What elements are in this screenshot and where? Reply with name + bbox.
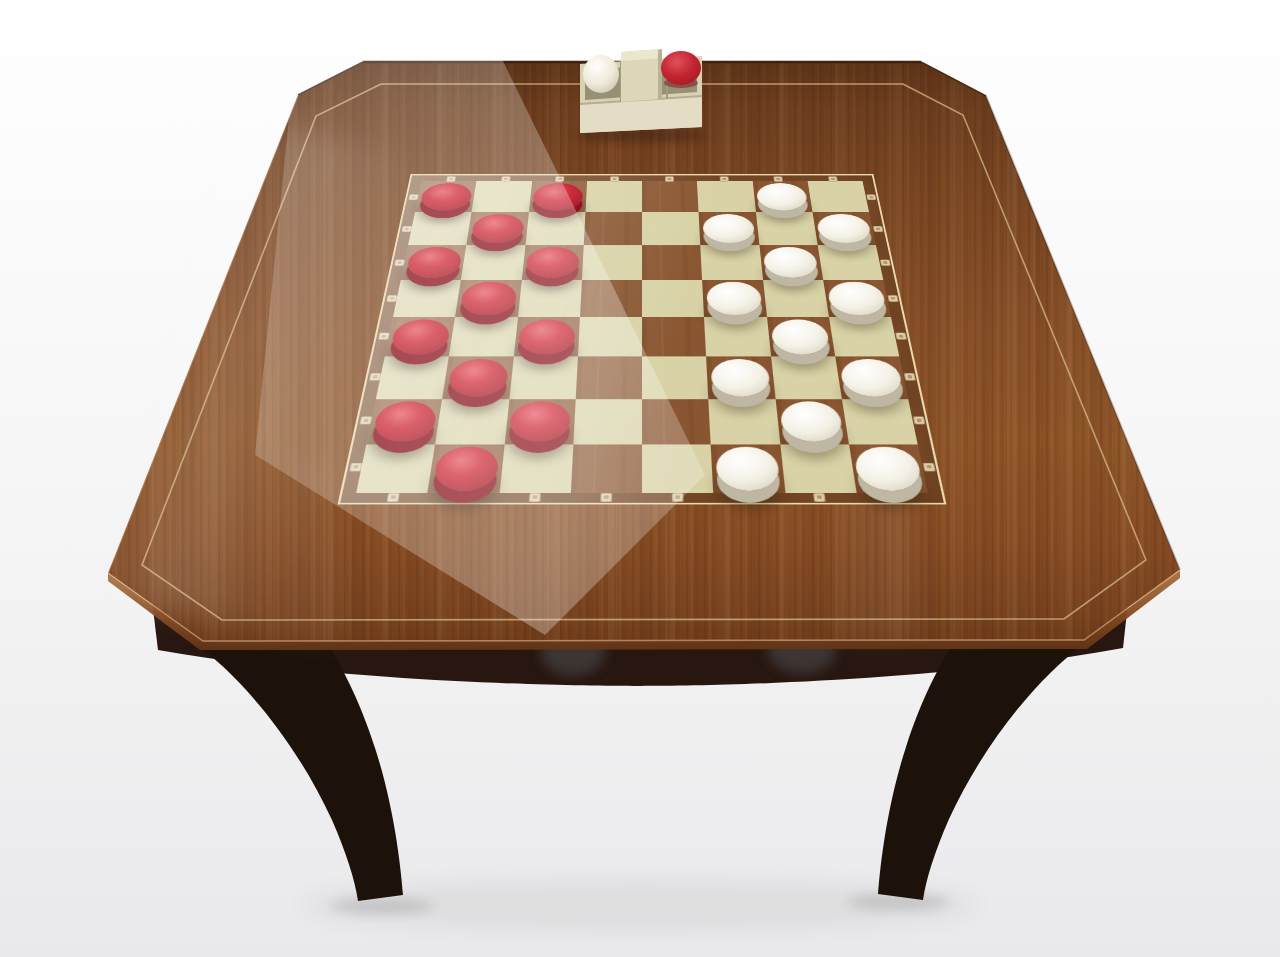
board-coordinate-marker-bottom-4	[601, 493, 613, 502]
square-g6	[771, 357, 842, 399]
red-checker-a1	[419, 183, 474, 210]
square-e4	[642, 280, 704, 317]
board-coordinate-marker-bottom-7	[813, 493, 826, 502]
square-d6	[575, 357, 642, 399]
board-coordinate-marker-top-6	[719, 176, 728, 181]
scene-root	[0, 0, 1280, 957]
square-h4	[823, 280, 891, 317]
table-leg-left	[196, 644, 403, 901]
tray-white-piece	[583, 55, 619, 93]
white-checker-h6	[839, 359, 904, 397]
board-grid	[356, 181, 928, 493]
board-coordinate-marker-right-7	[912, 416, 925, 424]
square-b1	[472, 181, 532, 212]
square-h3	[817, 245, 883, 280]
red-checker-a3	[405, 247, 463, 278]
board-coordinate-marker-left-2	[401, 226, 412, 232]
square-b7	[435, 399, 509, 444]
square-f6	[706, 357, 775, 399]
board-coordinate-marker-right-6	[903, 373, 915, 380]
board-coordinate-marker-left-1	[408, 195, 418, 200]
square-d2	[584, 212, 642, 245]
square-c3	[521, 245, 583, 280]
square-e3	[642, 245, 702, 280]
square-g3	[759, 245, 823, 280]
board-coordinate-marker-right-4	[887, 295, 898, 302]
square-f7	[709, 399, 780, 444]
square-h8	[849, 444, 928, 493]
board-coordinate-marker-right-3	[879, 260, 890, 266]
square-d4	[580, 280, 642, 317]
board-coordinate-marker-right-2	[872, 226, 883, 232]
square-d7	[573, 399, 642, 444]
square-f3	[700, 245, 762, 280]
square-d8	[571, 444, 642, 493]
square-b4	[455, 280, 521, 317]
square-f1	[697, 181, 755, 212]
white-checker-f2	[702, 214, 755, 243]
board-coordinate-marker-top-3	[556, 176, 565, 181]
board-coordinate-marker-right-8	[922, 463, 935, 472]
white-checker-f6	[710, 359, 771, 397]
board-coordinate-marker-top-8	[828, 176, 838, 181]
square-f2	[699, 212, 759, 245]
red-checker-b4	[459, 282, 518, 315]
square-c6	[509, 357, 578, 399]
board-coordinate-marker-left-3	[394, 260, 405, 266]
square-a2	[408, 212, 472, 245]
board-coordinate-marker-top-7	[774, 176, 784, 181]
square-a3	[401, 245, 467, 280]
square-a4	[393, 280, 461, 317]
white-checker-f4	[706, 282, 763, 315]
square-a1	[415, 181, 477, 212]
white-checker-h4	[827, 282, 887, 315]
red-checker-a7	[371, 401, 438, 441]
white-checker-g3	[762, 247, 819, 278]
board-coordinate-marker-bottom-6	[743, 493, 755, 502]
white-checker-h8	[853, 447, 923, 490]
white-checker-g7	[779, 401, 844, 441]
square-g7	[775, 399, 849, 444]
red-checker-c3	[525, 247, 580, 278]
white-checker-f8	[715, 447, 781, 490]
table-leg-right	[878, 643, 1085, 900]
board-coordinate-marker-right-1	[866, 195, 876, 200]
square-g1	[752, 181, 812, 212]
square-e2	[642, 212, 700, 245]
red-checker-b2	[470, 214, 525, 243]
board-coordinate-marker-bottom-8	[884, 493, 897, 502]
square-h5	[829, 317, 900, 357]
square-b2	[467, 212, 529, 245]
square-c8	[499, 444, 573, 493]
tray-center-panel-side	[658, 49, 662, 100]
square-e5	[642, 317, 706, 357]
square-h6	[835, 357, 908, 399]
square-d5	[578, 317, 642, 357]
board-coordinate-marker-left-7	[359, 416, 372, 424]
square-e6	[642, 357, 709, 399]
board-coordinate-marker-bottom-2	[458, 493, 471, 502]
tray-red-piece	[661, 51, 701, 85]
board-coordinate-marker-left-4	[386, 295, 397, 302]
red-checker-c5	[517, 319, 576, 354]
square-g2	[756, 212, 818, 245]
square-h7	[842, 399, 918, 444]
square-e7	[642, 399, 711, 444]
white-checker-h2	[816, 214, 872, 243]
board-coordinate-marker-bottom-3	[529, 493, 541, 502]
red-checker-a5	[389, 319, 452, 354]
board-coordinate-marker-left-6	[369, 373, 381, 380]
red-checker-b8	[432, 447, 500, 490]
square-c5	[513, 317, 579, 357]
square-d3	[582, 245, 642, 280]
square-c7	[504, 399, 575, 444]
square-e8	[642, 444, 713, 493]
square-b6	[442, 357, 513, 399]
square-f8	[711, 444, 785, 493]
square-e1	[642, 181, 699, 212]
white-checker-g5	[770, 319, 831, 354]
square-g5	[767, 317, 835, 357]
square-h2	[812, 212, 876, 245]
square-c4	[518, 280, 582, 317]
board-coordinate-marker-right-5	[895, 333, 907, 340]
square-f5	[704, 317, 770, 357]
red-checker-b6	[447, 359, 510, 397]
square-a5	[385, 317, 456, 357]
sheen-band-left	[285, 460, 340, 645]
square-a6	[376, 357, 449, 399]
square-b8	[428, 444, 505, 493]
board-coordinate-marker-bottom-5	[672, 493, 684, 502]
board-coordinate-marker-top-4	[610, 176, 619, 181]
square-a8	[356, 444, 435, 493]
square-b5	[449, 317, 517, 357]
square-d1	[585, 181, 642, 212]
board-coordinate-marker-top-5	[665, 176, 674, 181]
square-a7	[366, 399, 442, 444]
left-foot-shadow	[330, 898, 434, 914]
white-checker-g1	[756, 183, 809, 210]
red-checker-c7	[508, 401, 571, 441]
red-checker-c1	[532, 183, 584, 210]
board-coordinate-marker-bottom-1	[387, 493, 400, 502]
square-c2	[525, 212, 585, 245]
board-coordinate-marker-top-1	[446, 176, 456, 181]
checkers-board	[338, 174, 947, 504]
square-f4	[702, 280, 766, 317]
board-coordinate-marker-left-8	[349, 463, 362, 472]
square-g8	[780, 444, 857, 493]
piece-tray	[555, 35, 725, 150]
board-coordinate-marker-top-2	[501, 176, 511, 181]
square-b3	[461, 245, 525, 280]
square-c1	[528, 181, 586, 212]
board-coordinate-marker-left-5	[378, 333, 390, 340]
square-g4	[763, 280, 829, 317]
square-h1	[807, 181, 869, 212]
